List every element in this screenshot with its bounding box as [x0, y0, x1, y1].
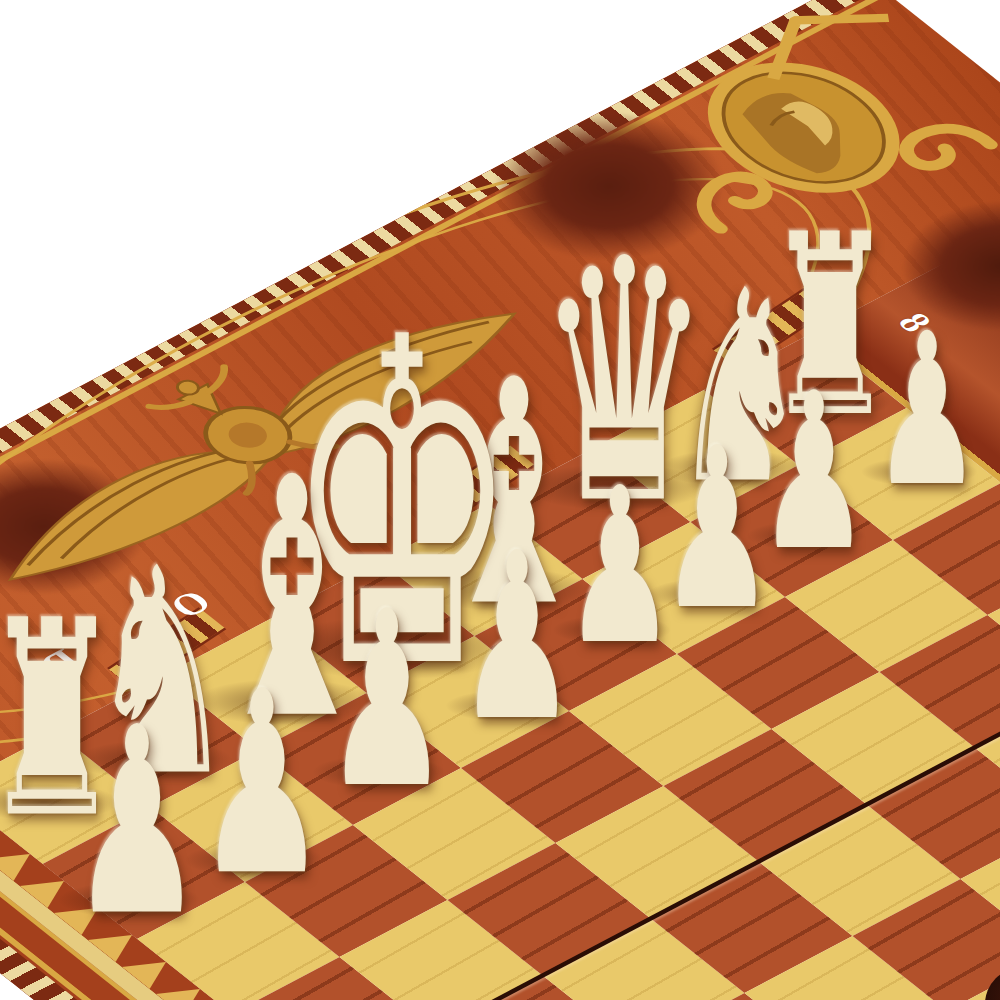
piece-pawn-b7: ♟: [196, 658, 327, 910]
piece-pawn-e7: ♟: [564, 459, 676, 674]
piece-pawn-d7: ♟: [457, 523, 577, 753]
piece-pawn-c7: ♟: [324, 579, 450, 821]
piece-pawn-h7: ♟: [872, 306, 981, 516]
piece-pawn-a7: ♟: [70, 693, 204, 951]
piece-pawn-f7: ♟: [659, 418, 774, 640]
chess-set-photo: В О: [0, 0, 1000, 1000]
